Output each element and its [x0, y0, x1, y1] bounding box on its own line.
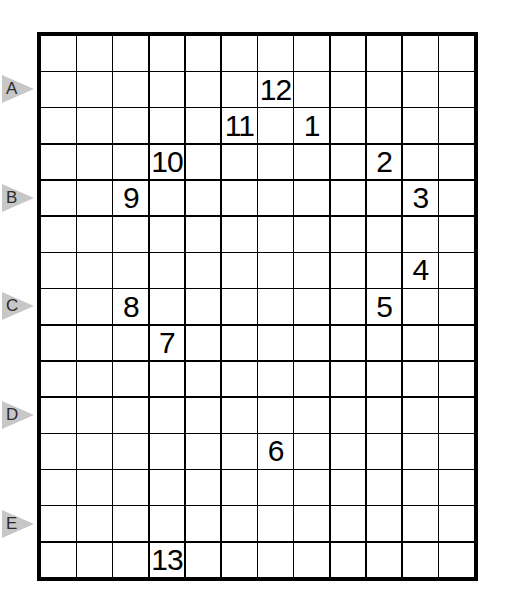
cell-r10c9[interactable]: [331, 362, 366, 397]
cell-r6c3[interactable]: [113, 217, 148, 252]
cell-r12c9[interactable]: [331, 434, 366, 469]
cell-r7c2[interactable]: [77, 253, 112, 288]
cell-r10c4[interactable]: [150, 362, 185, 397]
cell-r8c5[interactable]: [186, 289, 221, 324]
cell-r13c10[interactable]: [367, 470, 402, 505]
cell-r7c7[interactable]: [258, 253, 293, 288]
cell-r2c6[interactable]: [222, 72, 257, 107]
cell-r15c2[interactable]: [77, 543, 112, 578]
cell-r9c7[interactable]: [258, 326, 293, 361]
cell-r3c6[interactable]: 11: [222, 108, 257, 143]
cell-r12c7[interactable]: 6: [258, 434, 293, 469]
cell-r4c10[interactable]: 2: [367, 145, 402, 180]
puzzle-page: A B C D E 12111102934857613: [0, 0, 515, 615]
cell-r15c4[interactable]: 13: [150, 543, 185, 578]
cell-r3c10[interactable]: [367, 108, 402, 143]
cell-r5c6[interactable]: [222, 181, 257, 216]
cell-r1c4[interactable]: [150, 36, 185, 71]
cell-r11c3[interactable]: [113, 398, 148, 433]
cell-r13c7[interactable]: [258, 470, 293, 505]
cell-r11c10[interactable]: [367, 398, 402, 433]
cell-r13c8[interactable]: [294, 470, 329, 505]
cell-r13c2[interactable]: [77, 470, 112, 505]
cell-r4c1[interactable]: [41, 145, 76, 180]
cell-r3c2[interactable]: [77, 108, 112, 143]
row-marker-letter: C: [6, 292, 18, 320]
cell-r15c8[interactable]: [294, 543, 329, 578]
cell-r5c7[interactable]: [258, 181, 293, 216]
cell-r2c4[interactable]: [150, 72, 185, 107]
cell-r6c1[interactable]: [41, 217, 76, 252]
cell-r2c1[interactable]: [41, 72, 76, 107]
cell-r9c12[interactable]: [439, 326, 474, 361]
cell-r5c10[interactable]: [367, 181, 402, 216]
cell-r4c4[interactable]: 10: [150, 145, 185, 180]
cell-r10c2[interactable]: [77, 362, 112, 397]
cell-r7c9[interactable]: [331, 253, 366, 288]
cell-r15c9[interactable]: [331, 543, 366, 578]
cell-r6c7[interactable]: [258, 217, 293, 252]
cell-r5c9[interactable]: [331, 181, 366, 216]
cell-r8c6[interactable]: [222, 289, 257, 324]
cell-r12c1[interactable]: [41, 434, 76, 469]
given-number: 10: [151, 147, 182, 177]
cell-r9c4[interactable]: 7: [150, 326, 185, 361]
cell-r5c1[interactable]: [41, 181, 76, 216]
cell-r13c5[interactable]: [186, 470, 221, 505]
cell-r5c5[interactable]: [186, 181, 221, 216]
cell-r4c2[interactable]: [77, 145, 112, 180]
cell-r14c7[interactable]: [258, 506, 293, 541]
cell-r9c6[interactable]: [222, 326, 257, 361]
row-marker-letter: E: [6, 510, 17, 538]
cell-r5c2[interactable]: [77, 181, 112, 216]
cell-r8c2[interactable]: [77, 289, 112, 324]
cell-r15c7[interactable]: [258, 543, 293, 578]
given-number: 11: [225, 111, 254, 141]
cell-r14c1[interactable]: [41, 506, 76, 541]
given-number: 3: [412, 183, 428, 213]
cell-r8c11[interactable]: [403, 289, 438, 324]
cell-r7c5[interactable]: [186, 253, 221, 288]
cell-r9c9[interactable]: [331, 326, 366, 361]
cell-r4c5[interactable]: [186, 145, 221, 180]
cell-r7c10[interactable]: [367, 253, 402, 288]
cell-r14c10[interactable]: [367, 506, 402, 541]
cell-r9c3[interactable]: [113, 326, 148, 361]
cell-r1c6[interactable]: [222, 36, 257, 71]
cell-r10c7[interactable]: [258, 362, 293, 397]
cell-r4c11[interactable]: [403, 145, 438, 180]
cell-r7c12[interactable]: [439, 253, 474, 288]
cell-r6c6[interactable]: [222, 217, 257, 252]
cell-r11c9[interactable]: [331, 398, 366, 433]
cell-r8c8[interactable]: [294, 289, 329, 324]
cell-r12c6[interactable]: [222, 434, 257, 469]
cell-r8c3[interactable]: 8: [113, 289, 148, 324]
cell-r14c5[interactable]: [186, 506, 221, 541]
cell-r14c12[interactable]: [439, 506, 474, 541]
cell-r15c1[interactable]: [41, 543, 76, 578]
cell-r14c9[interactable]: [331, 506, 366, 541]
cell-r3c3[interactable]: [113, 108, 148, 143]
cell-r2c8[interactable]: [294, 72, 329, 107]
cell-r13c11[interactable]: [403, 470, 438, 505]
cell-r7c8[interactable]: [294, 253, 329, 288]
cell-r8c1[interactable]: [41, 289, 76, 324]
cell-r3c5[interactable]: [186, 108, 221, 143]
cell-r10c1[interactable]: [41, 362, 76, 397]
given-number: 9: [123, 183, 139, 213]
cell-r2c5[interactable]: [186, 72, 221, 107]
puzzle-grid: 12111102934857613: [37, 32, 478, 581]
cell-r5c3[interactable]: 9: [113, 181, 148, 216]
cell-r4c9[interactable]: [331, 145, 366, 180]
cell-r3c1[interactable]: [41, 108, 76, 143]
row-marker-A: A: [2, 75, 34, 103]
cell-r6c9[interactable]: [331, 217, 366, 252]
given-number: 12: [260, 75, 291, 105]
cell-r11c5[interactable]: [186, 398, 221, 433]
cell-r5c4[interactable]: [150, 181, 185, 216]
cell-r14c2[interactable]: [77, 506, 112, 541]
cell-r12c3[interactable]: [113, 434, 148, 469]
cell-r11c7[interactable]: [258, 398, 293, 433]
cell-r14c6[interactable]: [222, 506, 257, 541]
cell-r4c8[interactable]: [294, 145, 329, 180]
cell-r11c11[interactable]: [403, 398, 438, 433]
cell-r3c7[interactable]: [258, 108, 293, 143]
cell-r3c12[interactable]: [439, 108, 474, 143]
cell-r10c8[interactable]: [294, 362, 329, 397]
cell-r11c6[interactable]: [222, 398, 257, 433]
cell-r13c1[interactable]: [41, 470, 76, 505]
given-number: 8: [123, 292, 139, 322]
cell-r12c5[interactable]: [186, 434, 221, 469]
cell-r12c4[interactable]: [150, 434, 185, 469]
cell-r1c12[interactable]: [439, 36, 474, 71]
given-number: 2: [376, 147, 392, 177]
cell-r6c5[interactable]: [186, 217, 221, 252]
cell-r1c5[interactable]: [186, 36, 221, 71]
cell-r2c7[interactable]: 12: [258, 72, 293, 107]
cell-r10c6[interactable]: [222, 362, 257, 397]
cell-r2c2[interactable]: [77, 72, 112, 107]
row-marker-letter: A: [6, 75, 17, 103]
cell-r11c2[interactable]: [77, 398, 112, 433]
cell-r14c11[interactable]: [403, 506, 438, 541]
cell-r7c4[interactable]: [150, 253, 185, 288]
cell-r4c6[interactable]: [222, 145, 257, 180]
cell-r10c10[interactable]: [367, 362, 402, 397]
given-number: 6: [268, 436, 284, 466]
row-marker-C: C: [2, 292, 34, 320]
cell-r9c8[interactable]: [294, 326, 329, 361]
cell-r5c8[interactable]: [294, 181, 329, 216]
cell-r8c9[interactable]: [331, 289, 366, 324]
given-number: 5: [376, 292, 392, 322]
cell-r3c4[interactable]: [150, 108, 185, 143]
row-marker-D: D: [2, 401, 34, 429]
cell-r1c1[interactable]: [41, 36, 76, 71]
cell-r15c12[interactable]: [439, 543, 474, 578]
cell-r1c2[interactable]: [77, 36, 112, 71]
cell-r6c2[interactable]: [77, 217, 112, 252]
cell-r7c6[interactable]: [222, 253, 257, 288]
cell-r15c11[interactable]: [403, 543, 438, 578]
cell-r6c11[interactable]: [403, 217, 438, 252]
cell-r8c4[interactable]: [150, 289, 185, 324]
cell-r1c8[interactable]: [294, 36, 329, 71]
cell-r12c10[interactable]: [367, 434, 402, 469]
row-marker-E: E: [2, 510, 34, 538]
cell-r11c4[interactable]: [150, 398, 185, 433]
cell-r11c8[interactable]: [294, 398, 329, 433]
given-number: 4: [412, 255, 428, 285]
cell-r15c5[interactable]: [186, 543, 221, 578]
cell-r7c3[interactable]: [113, 253, 148, 288]
cell-r11c1[interactable]: [41, 398, 76, 433]
cell-r13c3[interactable]: [113, 470, 148, 505]
cell-r10c5[interactable]: [186, 362, 221, 397]
cell-r7c1[interactable]: [41, 253, 76, 288]
cell-r10c12[interactable]: [439, 362, 474, 397]
given-number: 1: [304, 111, 320, 141]
cell-r14c4[interactable]: [150, 506, 185, 541]
cell-r6c4[interactable]: [150, 217, 185, 252]
cell-r13c4[interactable]: [150, 470, 185, 505]
cell-r1c7[interactable]: [258, 36, 293, 71]
cell-r4c7[interactable]: [258, 145, 293, 180]
cell-r11c12[interactable]: [439, 398, 474, 433]
cell-r5c12[interactable]: [439, 181, 474, 216]
row-marker-letter: B: [6, 184, 17, 212]
given-number: 7: [159, 328, 175, 358]
cell-r5c11[interactable]: 3: [403, 181, 438, 216]
cell-r12c8[interactable]: [294, 434, 329, 469]
cell-r13c9[interactable]: [331, 470, 366, 505]
cell-r9c5[interactable]: [186, 326, 221, 361]
cell-r7c11[interactable]: 4: [403, 253, 438, 288]
cell-r9c11[interactable]: [403, 326, 438, 361]
cell-r6c8[interactable]: [294, 217, 329, 252]
cell-r10c3[interactable]: [113, 362, 148, 397]
cell-r8c10[interactable]: 5: [367, 289, 402, 324]
cell-r12c2[interactable]: [77, 434, 112, 469]
cell-r13c12[interactable]: [439, 470, 474, 505]
cell-r3c8[interactable]: 1: [294, 108, 329, 143]
cell-r15c3[interactable]: [113, 543, 148, 578]
cell-r6c10[interactable]: [367, 217, 402, 252]
row-marker-letter: D: [6, 401, 18, 429]
cell-r4c12[interactable]: [439, 145, 474, 180]
cell-r6c12[interactable]: [439, 217, 474, 252]
cell-r3c11[interactable]: [403, 108, 438, 143]
cell-r15c10[interactable]: [367, 543, 402, 578]
cell-r1c11[interactable]: [403, 36, 438, 71]
cell-r4c3[interactable]: [113, 145, 148, 180]
cell-r9c1[interactable]: [41, 326, 76, 361]
cell-r9c10[interactable]: [367, 326, 402, 361]
cell-r12c12[interactable]: [439, 434, 474, 469]
cell-r14c8[interactable]: [294, 506, 329, 541]
cell-r10c11[interactable]: [403, 362, 438, 397]
cell-r14c3[interactable]: [113, 506, 148, 541]
cell-r8c12[interactable]: [439, 289, 474, 324]
cell-r2c9[interactable]: [331, 72, 366, 107]
cell-r12c11[interactable]: [403, 434, 438, 469]
given-number: 13: [151, 545, 182, 575]
cell-r2c10[interactable]: [367, 72, 402, 107]
cell-r15c6[interactable]: [222, 543, 257, 578]
cell-r1c9[interactable]: [331, 36, 366, 71]
cell-r2c12[interactable]: [439, 72, 474, 107]
row-marker-B: B: [2, 184, 34, 212]
cell-r1c3[interactable]: [113, 36, 148, 71]
cell-r13c6[interactable]: [222, 470, 257, 505]
cell-r9c2[interactable]: [77, 326, 112, 361]
cell-r1c10[interactable]: [367, 36, 402, 71]
cell-r3c9[interactable]: [331, 108, 366, 143]
cell-r2c3[interactable]: [113, 72, 148, 107]
cell-r8c7[interactable]: [258, 289, 293, 324]
cell-r2c11[interactable]: [403, 72, 438, 107]
